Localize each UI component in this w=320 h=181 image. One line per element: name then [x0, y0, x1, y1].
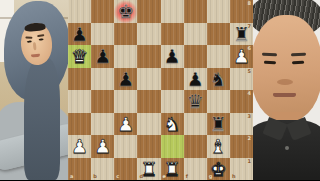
file-label-e: e	[163, 174, 166, 179]
square-f4[interactable]: ♛	[184, 90, 207, 113]
white-knight-icon: ♞	[164, 113, 181, 135]
square-h5[interactable]: 5	[230, 68, 253, 91]
square-d5[interactable]	[137, 68, 160, 91]
square-h3[interactable]: 3	[230, 113, 253, 136]
square-g5[interactable]: ♞	[207, 68, 230, 91]
square-d3[interactable]	[137, 113, 160, 136]
black-pawn-icon: ♟	[94, 45, 111, 67]
square-d8[interactable]	[137, 0, 160, 23]
square-f8[interactable]	[184, 0, 207, 23]
square-c7[interactable]	[114, 23, 137, 46]
square-h7[interactable]: ♜7	[230, 23, 253, 46]
video-thumbnail: ♚8♟♜7♛♟♟♟6♟♟♞5♛4♟♞♜3♟♟♝2abc♜d♜ef♚g1h	[0, 0, 320, 180]
file-label-h: h	[232, 174, 236, 179]
square-c8[interactable]: ♚	[114, 0, 137, 23]
square-g3[interactable]: ♜	[207, 113, 230, 136]
square-c2[interactable]	[114, 135, 137, 158]
square-h4[interactable]: 4	[230, 90, 253, 113]
woman-eyebrow	[37, 34, 44, 37]
square-g8[interactable]	[207, 0, 230, 23]
file-label-g: g	[209, 174, 213, 179]
square-c3[interactable]: ♟	[114, 113, 137, 136]
man-face	[253, 15, 320, 121]
white-pawn-icon: ♟	[94, 135, 111, 157]
square-f5[interactable]: ♟	[184, 68, 207, 91]
square-a6[interactable]: ♛	[68, 45, 91, 68]
square-e1[interactable]: ♜e	[161, 158, 184, 181]
rank-label-4: 4	[248, 91, 251, 96]
square-f7[interactable]	[184, 23, 207, 46]
white-bishop-icon: ♝	[210, 135, 227, 157]
square-g2[interactable]: ♝	[207, 135, 230, 158]
square-g7[interactable]	[207, 23, 230, 46]
square-e3[interactable]: ♞	[161, 113, 184, 136]
file-label-a: a	[70, 174, 73, 179]
black-pawn-icon: ♟	[187, 68, 204, 90]
square-h1[interactable]: 1h	[230, 158, 253, 181]
square-e6[interactable]: ♟	[161, 45, 184, 68]
file-label-d: d	[139, 174, 143, 179]
black-pawn-icon: ♟	[71, 23, 88, 45]
square-c5[interactable]: ♟	[114, 68, 137, 91]
square-f1[interactable]: f	[184, 158, 207, 181]
black-pawn-icon: ♟	[164, 45, 181, 67]
square-b4[interactable]	[91, 90, 114, 113]
black-king-icon: ♚	[117, 0, 134, 22]
white-queen-icon: ♛	[71, 45, 88, 67]
square-f6[interactable]	[184, 45, 207, 68]
square-e7[interactable]	[161, 23, 184, 46]
man-eye	[264, 61, 276, 64]
square-d4[interactable]	[137, 90, 160, 113]
square-a2[interactable]: ♟	[68, 135, 91, 158]
square-a3[interactable]	[68, 113, 91, 136]
square-b6[interactable]: ♟	[91, 45, 114, 68]
rank-label-7: 7	[248, 24, 251, 29]
file-label-b: b	[93, 174, 97, 179]
right-portrait-photo	[253, 0, 320, 180]
man-eyebrow	[291, 53, 306, 57]
square-h6[interactable]: ♟6	[230, 45, 253, 68]
square-h8[interactable]: 8	[230, 0, 253, 23]
square-c1[interactable]: c	[114, 158, 137, 181]
square-f3[interactable]	[184, 113, 207, 136]
square-a7[interactable]: ♟	[68, 23, 91, 46]
square-g6[interactable]	[207, 45, 230, 68]
rank-label-8: 8	[248, 1, 251, 6]
square-b2[interactable]: ♟	[91, 135, 114, 158]
square-a1[interactable]: a	[68, 158, 91, 181]
square-c6[interactable]	[114, 45, 137, 68]
square-a5[interactable]	[68, 68, 91, 91]
square-d7[interactable]	[137, 23, 160, 46]
square-d6[interactable]	[137, 45, 160, 68]
black-knight-icon: ♞	[210, 68, 227, 90]
square-e2[interactable]	[161, 135, 184, 158]
white-pawn-icon: ♟	[117, 113, 134, 135]
rank-label-1: 1	[248, 159, 251, 164]
file-label-f: f	[186, 174, 188, 179]
square-a4[interactable]	[68, 90, 91, 113]
black-pawn-icon: ♟	[117, 68, 134, 90]
square-b5[interactable]	[91, 68, 114, 91]
woman-mouth	[31, 54, 40, 58]
man-eyebrow	[262, 53, 277, 57]
square-d1[interactable]: ♜d	[137, 158, 160, 181]
rank-label-6: 6	[248, 46, 251, 51]
white-rook-icon: ♜	[164, 158, 181, 180]
black-rook-icon: ♜	[210, 113, 227, 135]
square-d2[interactable]	[137, 135, 160, 158]
woman-eyebrow	[25, 37, 32, 39]
woman-hijab-drape	[24, 58, 60, 180]
square-b3[interactable]	[91, 113, 114, 136]
left-portrait-photo	[0, 0, 68, 180]
white-pawn-icon: ♟	[71, 135, 88, 157]
square-b7[interactable]	[91, 23, 114, 46]
rank-label-5: 5	[248, 69, 251, 74]
man-eye	[292, 61, 304, 64]
man-mouth	[273, 93, 296, 97]
woman-eye	[39, 38, 44, 40]
square-e8[interactable]	[161, 0, 184, 23]
square-b1[interactable]: b	[91, 158, 114, 181]
square-g4[interactable]	[207, 90, 230, 113]
square-b8[interactable]	[91, 0, 114, 23]
square-a8[interactable]	[68, 0, 91, 23]
man-nose	[277, 79, 293, 85]
chess-board: ♚8♟♜7♛♟♟♟6♟♟♞5♛4♟♞♜3♟♟♝2abc♜d♜ef♚g1h	[68, 0, 253, 180]
square-c4[interactable]	[114, 90, 137, 113]
rank-label-2: 2	[248, 136, 251, 141]
square-g1[interactable]: ♚g	[207, 158, 230, 181]
man-shirt-button	[285, 146, 289, 150]
square-f2[interactable]	[184, 135, 207, 158]
file-label-c: c	[116, 174, 119, 179]
square-h2[interactable]: 2	[230, 135, 253, 158]
black-queen-icon: ♛	[187, 90, 204, 112]
square-e4[interactable]	[161, 90, 184, 113]
rank-label-3: 3	[248, 114, 251, 119]
woman-nose	[33, 42, 37, 50]
woman-hair	[24, 22, 46, 32]
square-e5[interactable]	[161, 68, 184, 91]
woman-eye	[27, 40, 32, 42]
